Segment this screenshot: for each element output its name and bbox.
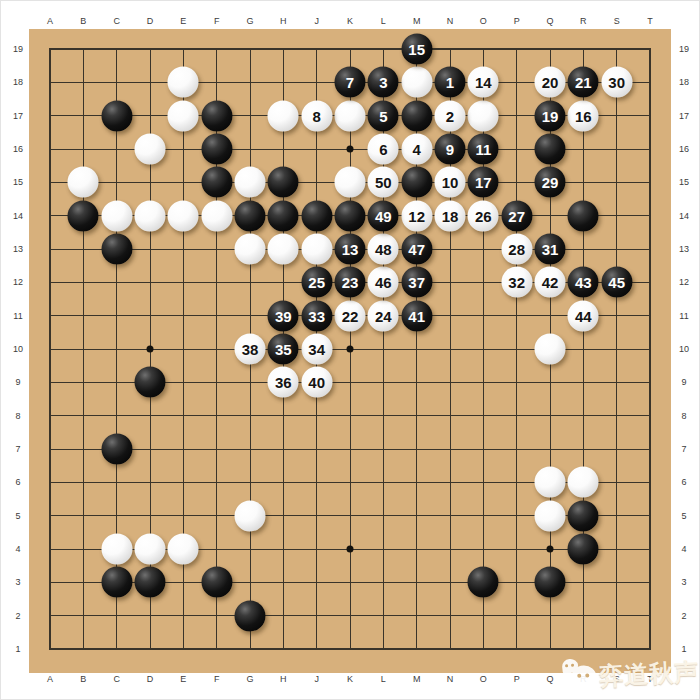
move-number: 22	[342, 308, 359, 323]
row-label: 9	[681, 377, 686, 387]
stone-N15: 10	[435, 167, 466, 198]
column-label: M	[413, 16, 421, 26]
stone-M11: 41	[401, 300, 432, 331]
stone-K12: 23	[335, 267, 366, 298]
stone-R12: 43	[568, 267, 599, 298]
stone-G2	[235, 600, 266, 631]
column-label: A	[47, 674, 53, 684]
row-label: 6	[681, 477, 686, 487]
stone-P14: 27	[501, 200, 532, 231]
move-number: 2	[446, 108, 454, 123]
row-label: 7	[681, 444, 686, 454]
move-number: 45	[608, 275, 625, 290]
move-number: 23	[342, 275, 359, 290]
column-label: P	[514, 16, 520, 26]
row-label: 15	[13, 177, 23, 187]
column-label: F	[214, 16, 220, 26]
column-label: N	[447, 674, 454, 684]
stone-B14	[68, 200, 99, 231]
stone-G13	[235, 234, 266, 265]
row-label: 2	[15, 611, 20, 621]
move-number: 10	[442, 175, 459, 190]
stone-R18: 21	[568, 67, 599, 98]
stone-K18: 7	[335, 67, 366, 98]
row-label: 19	[13, 44, 23, 54]
column-label: F	[214, 674, 220, 684]
stone-M17	[401, 100, 432, 131]
row-label: 11	[13, 311, 22, 321]
move-number: 41	[408, 308, 425, 323]
column-label: D	[147, 674, 154, 684]
move-number: 39	[275, 308, 292, 323]
move-number: 4	[412, 142, 420, 157]
stone-F16	[201, 134, 232, 165]
move-number: 42	[542, 275, 559, 290]
stone-Q17: 19	[535, 100, 566, 131]
column-label: E	[180, 16, 186, 26]
star-point	[547, 546, 554, 553]
grid-line-vertical	[649, 48, 651, 650]
move-number: 11	[475, 142, 491, 157]
column-label: S	[614, 16, 620, 26]
row-label: 6	[15, 477, 20, 487]
stone-H11: 39	[268, 300, 299, 331]
column-label: R	[580, 674, 587, 684]
stone-H14	[268, 200, 299, 231]
stone-G14	[235, 200, 266, 231]
move-number: 44	[575, 308, 592, 323]
column-label: R	[580, 16, 587, 26]
stone-J17: 8	[301, 100, 332, 131]
stone-M14: 12	[401, 200, 432, 231]
stone-M19: 15	[401, 34, 432, 65]
stone-C7	[101, 434, 132, 465]
stone-B15	[68, 167, 99, 198]
star-point	[147, 346, 154, 353]
stone-L11: 24	[368, 300, 399, 331]
move-number: 20	[542, 75, 559, 90]
column-label: O	[480, 674, 487, 684]
column-label: G	[246, 16, 253, 26]
grid-line-vertical	[616, 48, 617, 650]
move-number: 30	[608, 75, 625, 90]
stone-K13: 13	[335, 234, 366, 265]
move-number: 49	[375, 208, 392, 223]
stone-M12: 37	[401, 267, 432, 298]
stone-M15	[401, 167, 432, 198]
move-number: 27	[508, 208, 525, 223]
stone-E14	[168, 200, 199, 231]
column-label: A	[47, 16, 53, 26]
column-label: B	[80, 16, 86, 26]
move-number: 38	[242, 342, 259, 357]
stone-G15	[235, 167, 266, 198]
move-number: 40	[308, 375, 325, 390]
stone-O17	[468, 100, 499, 131]
stone-K14	[335, 200, 366, 231]
row-label: 1	[681, 644, 686, 654]
stone-G10: 38	[235, 334, 266, 365]
stone-O18: 14	[468, 67, 499, 98]
grid-line-horizontal	[49, 615, 651, 616]
row-label: 3	[15, 577, 20, 587]
row-label: 10	[13, 344, 23, 354]
move-number: 6	[379, 142, 387, 157]
stone-F17	[201, 100, 232, 131]
column-label: K	[347, 674, 353, 684]
row-label: 17	[13, 111, 23, 121]
row-label: 1	[15, 644, 20, 654]
row-label: 16	[13, 144, 23, 154]
stone-L17: 5	[368, 100, 399, 131]
go-diagram: AABBCCDDEEFFGGHHJJKKLLMMNNOOPPQQRRSSTT19…	[0, 0, 700, 700]
stone-L13: 48	[368, 234, 399, 265]
row-label: 19	[679, 44, 689, 54]
stone-O15: 17	[468, 167, 499, 198]
stone-H10: 35	[268, 334, 299, 365]
move-number: 5	[379, 108, 387, 123]
stone-Q5	[535, 500, 566, 531]
row-label: 2	[681, 611, 686, 621]
stone-D16	[135, 134, 166, 165]
move-number: 25	[308, 275, 325, 290]
row-label: 17	[679, 111, 689, 121]
stone-K15	[335, 167, 366, 198]
column-label: K	[347, 16, 353, 26]
stone-Q13: 31	[535, 234, 566, 265]
move-number: 21	[575, 75, 592, 90]
stone-K17	[335, 100, 366, 131]
move-number: 7	[346, 75, 354, 90]
move-number: 19	[542, 108, 559, 123]
move-number: 26	[475, 208, 492, 223]
stone-L18: 3	[368, 67, 399, 98]
move-number: 17	[475, 175, 492, 190]
move-number: 28	[508, 242, 525, 257]
grid-line-vertical	[516, 48, 517, 650]
move-number: 3	[379, 75, 387, 90]
row-label: 8	[681, 411, 686, 421]
row-label: 8	[15, 411, 20, 421]
stone-J11: 33	[301, 300, 332, 331]
column-label: D	[147, 16, 154, 26]
move-number: 32	[508, 275, 525, 290]
move-number: 50	[375, 175, 392, 190]
stone-L15: 50	[368, 167, 399, 198]
move-number: 46	[375, 275, 392, 290]
stone-F14	[201, 200, 232, 231]
move-number: 37	[408, 275, 425, 290]
stone-Q12: 42	[535, 267, 566, 298]
stone-M13: 47	[401, 234, 432, 265]
column-label: C	[113, 16, 120, 26]
column-label: E	[180, 674, 186, 684]
stone-N14: 18	[435, 200, 466, 231]
stone-Q6	[535, 467, 566, 498]
stone-D9	[135, 367, 166, 398]
row-label: 7	[15, 444, 20, 454]
stone-S18: 30	[601, 67, 632, 98]
grid-line-horizontal	[49, 449, 651, 450]
column-label: L	[381, 16, 386, 26]
stone-M16: 4	[401, 134, 432, 165]
stone-E4	[168, 534, 199, 565]
row-label: 18	[13, 77, 23, 87]
column-label: J	[314, 16, 319, 26]
stone-D3	[135, 567, 166, 598]
stone-C14	[101, 200, 132, 231]
stone-E17	[168, 100, 199, 131]
column-label: P	[514, 674, 520, 684]
column-label: L	[381, 674, 386, 684]
stone-J10: 34	[301, 334, 332, 365]
row-label: 5	[681, 511, 686, 521]
stone-C13	[101, 234, 132, 265]
move-number: 48	[375, 242, 392, 257]
stone-O14: 26	[468, 200, 499, 231]
move-number: 9	[446, 142, 454, 157]
stone-F3	[201, 567, 232, 598]
row-label: 12	[13, 277, 23, 287]
row-label: 13	[13, 244, 23, 254]
stone-S12: 45	[601, 267, 632, 298]
column-label: H	[280, 16, 287, 26]
column-label: Q	[546, 16, 553, 26]
stone-O16: 11	[468, 134, 499, 165]
stone-H9: 36	[268, 367, 299, 398]
stone-R11: 44	[568, 300, 599, 331]
stone-D4	[135, 534, 166, 565]
star-point	[347, 346, 354, 353]
move-number: 1	[446, 75, 454, 90]
move-number: 18	[442, 208, 459, 223]
move-number: 43	[575, 275, 592, 290]
column-label: C	[113, 674, 120, 684]
row-label: 10	[679, 344, 689, 354]
move-number: 29	[542, 175, 559, 190]
column-label: J	[314, 674, 319, 684]
row-label: 14	[679, 211, 689, 221]
column-label: Q	[546, 674, 553, 684]
row-label: 12	[679, 277, 689, 287]
move-number: 34	[308, 342, 325, 357]
row-label: 4	[15, 544, 20, 554]
row-label: 11	[679, 311, 688, 321]
stone-R5	[568, 500, 599, 531]
grid-line-horizontal	[49, 415, 651, 416]
row-label: 9	[15, 377, 20, 387]
stone-O3	[468, 567, 499, 598]
stone-J12: 25	[301, 267, 332, 298]
stone-P13: 28	[501, 234, 532, 265]
stone-N16: 9	[435, 134, 466, 165]
stone-Q15: 29	[535, 167, 566, 198]
stone-H17	[268, 100, 299, 131]
column-label: N	[447, 16, 454, 26]
stone-Q18: 20	[535, 67, 566, 98]
stone-M18	[401, 67, 432, 98]
stone-J14	[301, 200, 332, 231]
move-number: 24	[375, 308, 392, 323]
row-label: 14	[13, 211, 23, 221]
row-label: 16	[679, 144, 689, 154]
move-number: 13	[342, 242, 359, 257]
stone-K11: 22	[335, 300, 366, 331]
stone-J9: 40	[301, 367, 332, 398]
move-number: 14	[475, 75, 492, 90]
move-number: 36	[275, 375, 292, 390]
stone-H15	[268, 167, 299, 198]
grid-line-horizontal	[49, 648, 651, 650]
stone-R6	[568, 467, 599, 498]
star-point	[347, 146, 354, 153]
stone-E18	[168, 67, 199, 98]
stone-C4	[101, 534, 132, 565]
stone-G5	[235, 500, 266, 531]
row-label: 3	[681, 577, 686, 587]
stone-L16: 6	[368, 134, 399, 165]
stone-F15	[201, 167, 232, 198]
column-label: G	[246, 674, 253, 684]
stone-C17	[101, 100, 132, 131]
stone-R14	[568, 200, 599, 231]
move-number: 35	[275, 342, 292, 357]
row-label: 15	[679, 177, 689, 187]
stone-P12: 32	[501, 267, 532, 298]
stone-L14: 49	[368, 200, 399, 231]
move-number: 33	[308, 308, 325, 323]
star-point	[347, 546, 354, 553]
move-number: 15	[408, 42, 425, 57]
stone-N17: 2	[435, 100, 466, 131]
move-number: 12	[408, 208, 425, 223]
stone-N18: 1	[435, 67, 466, 98]
column-label: B	[80, 674, 86, 684]
column-label: M	[413, 674, 421, 684]
stone-Q3	[535, 567, 566, 598]
column-label: H	[280, 674, 287, 684]
stone-R17: 16	[568, 100, 599, 131]
stone-J13	[301, 234, 332, 265]
move-number: 31	[542, 242, 559, 257]
column-label: T	[647, 674, 653, 684]
row-label: 4	[681, 544, 686, 554]
column-label: O	[480, 16, 487, 26]
move-number: 8	[312, 108, 320, 123]
stone-R4	[568, 534, 599, 565]
stone-D14	[135, 200, 166, 231]
column-label: S	[614, 674, 620, 684]
column-label: T	[647, 16, 653, 26]
stone-L12: 46	[368, 267, 399, 298]
stone-Q10	[535, 334, 566, 365]
stone-H13	[268, 234, 299, 265]
stone-C3	[101, 567, 132, 598]
row-label: 13	[679, 244, 689, 254]
move-number: 47	[408, 242, 425, 257]
move-number: 16	[575, 108, 592, 123]
stone-Q16	[535, 134, 566, 165]
row-label: 18	[679, 77, 689, 87]
row-label: 5	[15, 511, 20, 521]
